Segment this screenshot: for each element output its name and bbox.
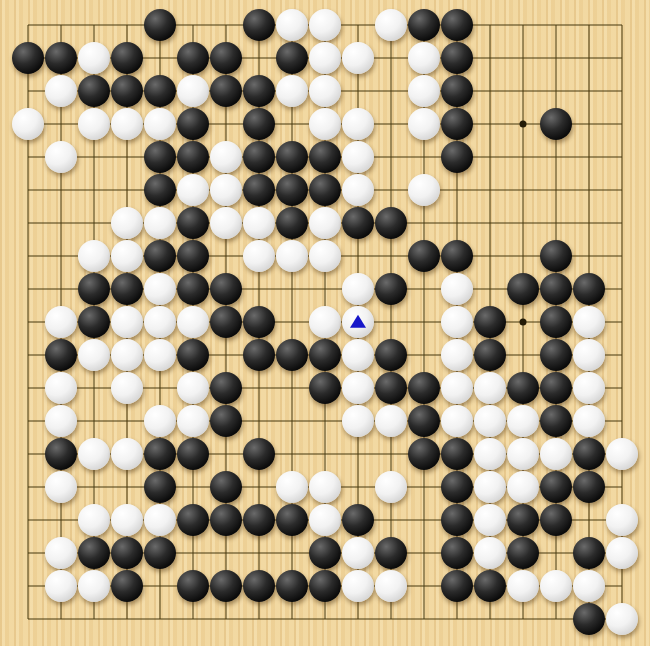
- stone-black: [144, 141, 176, 173]
- stone-black: [375, 273, 407, 305]
- stone-white: [342, 42, 374, 74]
- stone-white: [507, 471, 539, 503]
- stone-white: [111, 207, 143, 239]
- stone-black: [210, 75, 242, 107]
- stone-white: [111, 438, 143, 470]
- stone-white: [78, 504, 110, 536]
- stone-black: [309, 339, 341, 371]
- stone-black: [243, 570, 275, 602]
- stone-black: [144, 438, 176, 470]
- stone-black: [540, 504, 572, 536]
- stone-white: [45, 570, 77, 602]
- stone-black: [243, 75, 275, 107]
- stone-white: [408, 108, 440, 140]
- stone-black: [309, 570, 341, 602]
- stone-white: [474, 471, 506, 503]
- stone-black: [540, 405, 572, 437]
- stone-white: [45, 405, 77, 437]
- stone-white: [573, 570, 605, 602]
- stone-black: [408, 405, 440, 437]
- stone-black: [309, 174, 341, 206]
- last-move-triangle-marker: [350, 315, 366, 328]
- stone-white: [606, 603, 638, 635]
- stone-white: [309, 240, 341, 272]
- stone-black: [375, 339, 407, 371]
- stone-black: [177, 438, 209, 470]
- stone-white: [111, 240, 143, 272]
- stone-white: [78, 108, 110, 140]
- stone-white: [408, 75, 440, 107]
- stone-white: [309, 306, 341, 338]
- stone-black: [177, 339, 209, 371]
- stone-black: [375, 207, 407, 239]
- stone-black: [243, 438, 275, 470]
- stone-white: [243, 240, 275, 272]
- stone-black: [573, 471, 605, 503]
- stone-black: [177, 570, 209, 602]
- stone-black: [474, 570, 506, 602]
- stone-white: [45, 537, 77, 569]
- stone-white: [507, 570, 539, 602]
- stone-white: [474, 372, 506, 404]
- stone-black: [243, 141, 275, 173]
- stone-white: [144, 306, 176, 338]
- stone-white: [111, 339, 143, 371]
- stone-black: [45, 339, 77, 371]
- stone-black: [177, 141, 209, 173]
- stone-white: [144, 504, 176, 536]
- stone-white: [144, 339, 176, 371]
- stone-white: [177, 306, 209, 338]
- stone-white: [375, 471, 407, 503]
- stone-white: [45, 372, 77, 404]
- stone-white: [276, 75, 308, 107]
- stone-black: [78, 306, 110, 338]
- stone-black: [45, 42, 77, 74]
- stone-white: [342, 339, 374, 371]
- stone-white: [111, 372, 143, 404]
- stone-white: [45, 75, 77, 107]
- stone-black: [144, 537, 176, 569]
- stone-white: [309, 207, 341, 239]
- stone-black: [342, 207, 374, 239]
- stone-white: [309, 504, 341, 536]
- stone-black: [177, 207, 209, 239]
- stone-black: [540, 108, 572, 140]
- stone-white: [144, 273, 176, 305]
- stone-black: [474, 339, 506, 371]
- stone-white: [309, 42, 341, 74]
- stone-white: [342, 570, 374, 602]
- stone-black: [408, 240, 440, 272]
- stone-black: [441, 42, 473, 74]
- stone-white: [309, 471, 341, 503]
- stone-black: [309, 372, 341, 404]
- stone-white: [45, 141, 77, 173]
- stone-black: [78, 537, 110, 569]
- stone-black: [210, 570, 242, 602]
- stone-white: [507, 405, 539, 437]
- stone-black: [441, 570, 473, 602]
- stone-white: [276, 9, 308, 41]
- stone-white: [474, 438, 506, 470]
- stone-black: [474, 306, 506, 338]
- stone-black: [507, 504, 539, 536]
- stone-black: [177, 504, 209, 536]
- stone-black: [243, 339, 275, 371]
- stone-white: [441, 273, 473, 305]
- stone-black: [210, 405, 242, 437]
- stone-white: [78, 438, 110, 470]
- stone-black: [441, 141, 473, 173]
- stone-black: [507, 372, 539, 404]
- stone-black: [210, 306, 242, 338]
- stone-white: [474, 537, 506, 569]
- stone-white: [375, 9, 407, 41]
- stone-black: [441, 504, 473, 536]
- stone-white: [276, 240, 308, 272]
- stone-black: [210, 372, 242, 404]
- stone-white: [441, 405, 473, 437]
- stone-black: [441, 471, 473, 503]
- stone-white: [177, 174, 209, 206]
- stone-black: [540, 240, 572, 272]
- stone-white: [606, 537, 638, 569]
- stone-white: [606, 504, 638, 536]
- stone-black: [177, 42, 209, 74]
- stone-black: [441, 537, 473, 569]
- stone-white: [309, 108, 341, 140]
- stone-black: [144, 75, 176, 107]
- stone-black: [507, 273, 539, 305]
- stone-black: [408, 372, 440, 404]
- stone-black: [573, 273, 605, 305]
- stone-white: [441, 306, 473, 338]
- stone-black: [243, 174, 275, 206]
- stone-white: [474, 504, 506, 536]
- stone-white: [540, 438, 572, 470]
- stone-black: [111, 273, 143, 305]
- stone-white: [342, 108, 374, 140]
- stone-black: [111, 75, 143, 107]
- stone-white: [375, 570, 407, 602]
- stone-black: [78, 75, 110, 107]
- stone-black: [45, 438, 77, 470]
- stone-white: [342, 537, 374, 569]
- stone-white: [144, 405, 176, 437]
- stone-black: [309, 141, 341, 173]
- stone-white: [375, 405, 407, 437]
- stone-black: [441, 438, 473, 470]
- stone-black: [111, 570, 143, 602]
- stone-white: [573, 306, 605, 338]
- stone-white: [12, 108, 44, 140]
- stone-black: [243, 306, 275, 338]
- stone-white: [276, 471, 308, 503]
- stone-white: [243, 207, 275, 239]
- stone-black: [210, 471, 242, 503]
- stone-black: [540, 273, 572, 305]
- stone-black: [111, 42, 143, 74]
- stone-white: [573, 372, 605, 404]
- stone-black: [441, 108, 473, 140]
- stone-white: [111, 108, 143, 140]
- stone-white: [210, 207, 242, 239]
- stone-black: [276, 207, 308, 239]
- stone-black: [177, 240, 209, 272]
- stone-white: [507, 438, 539, 470]
- stone-black: [144, 471, 176, 503]
- stone-white: [342, 405, 374, 437]
- stone-black: [573, 603, 605, 635]
- stone-white: [309, 9, 341, 41]
- stone-black: [210, 42, 242, 74]
- stone-white: [540, 570, 572, 602]
- stone-white: [573, 405, 605, 437]
- star-point: [520, 319, 527, 326]
- stone-white: [78, 42, 110, 74]
- stone-black: [540, 339, 572, 371]
- stone-black: [441, 75, 473, 107]
- stone-black: [243, 108, 275, 140]
- stone-black: [144, 9, 176, 41]
- stone-white: [441, 372, 473, 404]
- stone-black: [276, 141, 308, 173]
- stone-white: [342, 141, 374, 173]
- stone-black: [441, 9, 473, 41]
- stone-white: [177, 405, 209, 437]
- stone-black: [276, 339, 308, 371]
- go-board[interactable]: [0, 0, 650, 646]
- stone-white: [408, 174, 440, 206]
- stone-white: [144, 108, 176, 140]
- stone-black: [441, 240, 473, 272]
- stone-black: [540, 372, 572, 404]
- stone-white: [177, 75, 209, 107]
- stone-black: [375, 372, 407, 404]
- stone-black: [540, 471, 572, 503]
- stone-black: [540, 306, 572, 338]
- stone-white: [408, 42, 440, 74]
- stone-black: [573, 537, 605, 569]
- stone-black: [111, 537, 143, 569]
- star-point: [520, 121, 527, 128]
- stone-black: [144, 240, 176, 272]
- stone-white: [78, 339, 110, 371]
- stone-black: [177, 108, 209, 140]
- stone-black: [276, 504, 308, 536]
- stone-black: [144, 174, 176, 206]
- stone-white: [573, 339, 605, 371]
- stone-white: [78, 240, 110, 272]
- stone-black: [210, 273, 242, 305]
- stone-white: [309, 75, 341, 107]
- stone-white: [342, 372, 374, 404]
- stone-black: [507, 537, 539, 569]
- stone-white: [342, 174, 374, 206]
- stone-black: [408, 438, 440, 470]
- stone-white: [210, 141, 242, 173]
- stone-black: [12, 42, 44, 74]
- stone-white: [342, 273, 374, 305]
- stone-black: [573, 438, 605, 470]
- stone-black: [177, 273, 209, 305]
- stone-black: [276, 174, 308, 206]
- stone-black: [276, 42, 308, 74]
- stone-black: [309, 537, 341, 569]
- stone-white: [210, 174, 242, 206]
- stone-white: [78, 570, 110, 602]
- stone-black: [243, 9, 275, 41]
- stone-white: [45, 306, 77, 338]
- stone-black: [276, 570, 308, 602]
- stone-black: [210, 504, 242, 536]
- stone-white: [111, 306, 143, 338]
- stone-white: [111, 504, 143, 536]
- stone-white: [144, 207, 176, 239]
- stone-black: [243, 504, 275, 536]
- stone-black: [78, 273, 110, 305]
- stone-black: [342, 504, 374, 536]
- stone-white: [606, 438, 638, 470]
- stone-white: [342, 306, 374, 338]
- stone-white: [177, 372, 209, 404]
- stone-white: [441, 339, 473, 371]
- stone-black: [375, 537, 407, 569]
- stone-white: [45, 471, 77, 503]
- stone-white: [474, 405, 506, 437]
- stone-black: [408, 9, 440, 41]
